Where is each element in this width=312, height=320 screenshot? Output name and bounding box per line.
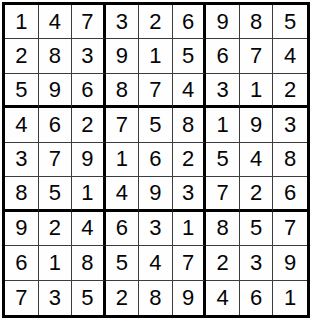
- sudoku-cell-r4c4[interactable]: 7: [106, 108, 140, 142]
- sudoku-cell-r7c6[interactable]: 1: [173, 212, 207, 246]
- sudoku-cell-r1c8[interactable]: 8: [240, 5, 274, 39]
- sudoku-cell-r3c1[interactable]: 5: [5, 74, 39, 108]
- sudoku-cell-r5c1[interactable]: 3: [5, 143, 39, 177]
- sudoku-cell-r9c5[interactable]: 8: [139, 281, 173, 315]
- sudoku-cell-r7c2[interactable]: 2: [39, 212, 73, 246]
- sudoku-cell-r9c4[interactable]: 2: [106, 281, 140, 315]
- sudoku-cell-r4c6[interactable]: 8: [173, 108, 207, 142]
- sudoku-cell-r7c4[interactable]: 6: [106, 212, 140, 246]
- sudoku-cell-r8c1[interactable]: 6: [5, 246, 39, 280]
- sudoku-cell-r5c9[interactable]: 8: [273, 143, 307, 177]
- sudoku-cell-r1c5[interactable]: 2: [139, 5, 173, 39]
- sudoku-cell-r1c1[interactable]: 1: [5, 5, 39, 39]
- sudoku-page: 1473269852839156745968743124627581933791…: [0, 0, 312, 320]
- sudoku-cell-r8c4[interactable]: 5: [106, 246, 140, 280]
- sudoku-cell-r2c1[interactable]: 2: [5, 39, 39, 73]
- sudoku-cell-r1c2[interactable]: 4: [39, 5, 73, 39]
- sudoku-cell-r6c8[interactable]: 2: [240, 177, 274, 211]
- sudoku-cell-r7c5[interactable]: 3: [139, 212, 173, 246]
- sudoku-cell-r5c4[interactable]: 1: [106, 143, 140, 177]
- sudoku-cell-r2c6[interactable]: 5: [173, 39, 207, 73]
- sudoku-cell-r4c3[interactable]: 2: [72, 108, 106, 142]
- sudoku-cell-r5c2[interactable]: 7: [39, 143, 73, 177]
- sudoku-cell-r1c3[interactable]: 7: [72, 5, 106, 39]
- sudoku-cell-r6c2[interactable]: 5: [39, 177, 73, 211]
- sudoku-cell-r2c8[interactable]: 7: [240, 39, 274, 73]
- sudoku-cell-r6c7[interactable]: 7: [206, 177, 240, 211]
- sudoku-cell-r1c4[interactable]: 3: [106, 5, 140, 39]
- sudoku-cell-r2c5[interactable]: 1: [139, 39, 173, 73]
- sudoku-cell-r7c3[interactable]: 4: [72, 212, 106, 246]
- sudoku-cell-r3c4[interactable]: 8: [106, 74, 140, 108]
- sudoku-cell-r9c8[interactable]: 6: [240, 281, 274, 315]
- sudoku-cell-r9c1[interactable]: 7: [5, 281, 39, 315]
- sudoku-cell-r6c6[interactable]: 3: [173, 177, 207, 211]
- sudoku-cell-r3c9[interactable]: 2: [273, 74, 307, 108]
- sudoku-cell-r5c8[interactable]: 4: [240, 143, 274, 177]
- sudoku-cell-r5c7[interactable]: 5: [206, 143, 240, 177]
- sudoku-cell-r6c5[interactable]: 9: [139, 177, 173, 211]
- sudoku-cell-r3c6[interactable]: 4: [173, 74, 207, 108]
- sudoku-cell-r9c2[interactable]: 3: [39, 281, 73, 315]
- sudoku-cell-r2c3[interactable]: 3: [72, 39, 106, 73]
- sudoku-cell-r5c5[interactable]: 6: [139, 143, 173, 177]
- sudoku-cell-r4c9[interactable]: 3: [273, 108, 307, 142]
- sudoku-cell-r7c1[interactable]: 9: [5, 212, 39, 246]
- sudoku-cell-r6c1[interactable]: 8: [5, 177, 39, 211]
- sudoku-cell-r4c1[interactable]: 4: [5, 108, 39, 142]
- sudoku-cell-r2c4[interactable]: 9: [106, 39, 140, 73]
- sudoku-cell-r2c9[interactable]: 4: [273, 39, 307, 73]
- sudoku-cell-r1c9[interactable]: 5: [273, 5, 307, 39]
- sudoku-cell-r4c2[interactable]: 6: [39, 108, 73, 142]
- sudoku-cell-r4c5[interactable]: 5: [139, 108, 173, 142]
- sudoku-cell-r8c6[interactable]: 7: [173, 246, 207, 280]
- sudoku-cell-r1c6[interactable]: 6: [173, 5, 207, 39]
- sudoku-cell-r1c7[interactable]: 9: [206, 5, 240, 39]
- sudoku-cell-r8c2[interactable]: 1: [39, 246, 73, 280]
- sudoku-cell-r6c9[interactable]: 6: [273, 177, 307, 211]
- sudoku-cell-r6c4[interactable]: 4: [106, 177, 140, 211]
- sudoku-cell-r8c7[interactable]: 2: [206, 246, 240, 280]
- sudoku-cell-r3c3[interactable]: 6: [72, 74, 106, 108]
- sudoku-cell-r9c9[interactable]: 1: [273, 281, 307, 315]
- sudoku-cell-r3c5[interactable]: 7: [139, 74, 173, 108]
- sudoku-cell-r8c8[interactable]: 3: [240, 246, 274, 280]
- sudoku-cell-r7c7[interactable]: 8: [206, 212, 240, 246]
- sudoku-cell-r5c3[interactable]: 9: [72, 143, 106, 177]
- sudoku-cell-r9c6[interactable]: 9: [173, 281, 207, 315]
- sudoku-cell-r7c8[interactable]: 5: [240, 212, 274, 246]
- sudoku-cell-r6c3[interactable]: 1: [72, 177, 106, 211]
- sudoku-cell-r9c3[interactable]: 5: [72, 281, 106, 315]
- sudoku-cell-r3c8[interactable]: 1: [240, 74, 274, 108]
- sudoku-cell-r8c5[interactable]: 4: [139, 246, 173, 280]
- sudoku-cell-r8c9[interactable]: 9: [273, 246, 307, 280]
- sudoku-cell-r5c6[interactable]: 2: [173, 143, 207, 177]
- sudoku-cell-r4c8[interactable]: 9: [240, 108, 274, 142]
- sudoku-board: 1473269852839156745968743124627581933791…: [2, 2, 310, 318]
- sudoku-cell-r7c9[interactable]: 7: [273, 212, 307, 246]
- sudoku-cell-r2c2[interactable]: 8: [39, 39, 73, 73]
- sudoku-cell-r9c7[interactable]: 4: [206, 281, 240, 315]
- sudoku-cell-r3c2[interactable]: 9: [39, 74, 73, 108]
- sudoku-cell-r2c7[interactable]: 6: [206, 39, 240, 73]
- sudoku-cell-r8c3[interactable]: 8: [72, 246, 106, 280]
- sudoku-cell-r3c7[interactable]: 3: [206, 74, 240, 108]
- sudoku-cell-r4c7[interactable]: 1: [206, 108, 240, 142]
